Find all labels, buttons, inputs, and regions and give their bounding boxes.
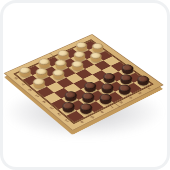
- checkers-board: абвгдежз 87654321: [4, 34, 164, 131]
- light-checker-piece[interactable]: [30, 81, 47, 91]
- dark-checker-piece[interactable]: [134, 78, 151, 88]
- scene: абвгдежз 87654321: [26, 22, 140, 136]
- photo-background: абвгдежз 87654321: [0, 0, 170, 170]
- playing-field-frame: [15, 40, 153, 123]
- board-grid: [16, 41, 151, 122]
- board-square[interactable]: [134, 78, 151, 88]
- board-frame: абвгдежз 87654321: [4, 34, 164, 131]
- board-square[interactable]: [30, 81, 47, 91]
